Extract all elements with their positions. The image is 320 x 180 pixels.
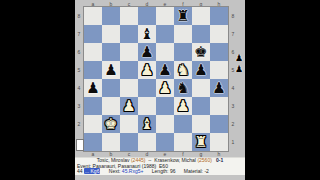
square-f7[interactable] bbox=[174, 25, 192, 43]
square-d3[interactable] bbox=[138, 97, 156, 115]
square-h8[interactable] bbox=[210, 7, 228, 25]
square-b5[interactable]: ♟ bbox=[102, 61, 120, 79]
coord-label: 3 bbox=[75, 97, 83, 115]
captured-tray: ♟♟ bbox=[233, 53, 245, 75]
square-a7[interactable] bbox=[84, 25, 102, 43]
square-e3[interactable] bbox=[156, 97, 174, 115]
coord-label: 5 bbox=[75, 61, 83, 79]
square-b4[interactable] bbox=[102, 79, 120, 97]
square-h2[interactable] bbox=[210, 115, 228, 133]
square-e2[interactable] bbox=[156, 115, 174, 133]
square-b6[interactable] bbox=[102, 43, 120, 61]
black-pawn: ♟ bbox=[138, 43, 156, 61]
square-e4[interactable]: ♟ bbox=[156, 79, 174, 97]
square-g4[interactable] bbox=[192, 79, 210, 97]
chess-panel: abcdefgh abcdefgh 87654321 87654321 ♜♝♟♚… bbox=[75, 0, 245, 180]
square-g5[interactable]: ♟ bbox=[192, 61, 210, 79]
square-e6[interactable] bbox=[156, 43, 174, 61]
white-rook: ♜ bbox=[192, 133, 210, 151]
chess-board: ♜♝♟♚♟♟♟♞♟♟♟♞♟♟♟♚♝♜ bbox=[83, 6, 229, 152]
square-a2[interactable] bbox=[84, 115, 102, 133]
square-c6[interactable] bbox=[120, 43, 138, 61]
square-b3[interactable] bbox=[102, 97, 120, 115]
square-g3[interactable] bbox=[192, 97, 210, 115]
square-b1[interactable] bbox=[102, 133, 120, 151]
next-move: 45.Rxg5+ bbox=[122, 168, 144, 174]
square-f1[interactable] bbox=[174, 133, 192, 151]
square-b8[interactable] bbox=[102, 7, 120, 25]
material-label: Material: bbox=[184, 168, 203, 174]
square-f3[interactable]: ♟ bbox=[174, 97, 192, 115]
square-h7[interactable] bbox=[210, 25, 228, 43]
current-move: ... Kg6 bbox=[84, 168, 100, 174]
square-c5[interactable] bbox=[120, 61, 138, 79]
length-value: 96 bbox=[170, 168, 176, 174]
square-c3[interactable]: ♟ bbox=[120, 97, 138, 115]
video-frame: abcdefgh abcdefgh 87654321 87654321 ♜♝♟♚… bbox=[0, 0, 320, 180]
square-d5[interactable]: ♟ bbox=[138, 61, 156, 79]
coord-label: 6 bbox=[75, 43, 83, 61]
next-label: Next: bbox=[109, 168, 121, 174]
game-result: 0-1 bbox=[216, 157, 223, 163]
black-pawn: ♟ bbox=[102, 61, 120, 79]
black-pawn-captured-icon: ♟ bbox=[233, 53, 245, 64]
black-king: ♚ bbox=[192, 43, 210, 61]
square-f2[interactable] bbox=[174, 115, 192, 133]
coord-label: 4 bbox=[229, 79, 237, 97]
black-pawn: ♟ bbox=[84, 79, 102, 97]
coord-label: 1 bbox=[229, 133, 237, 151]
square-f4[interactable]: ♞ bbox=[174, 79, 192, 97]
square-g1[interactable]: ♜ bbox=[192, 133, 210, 151]
rank-labels-left: 87654321 bbox=[75, 7, 83, 151]
square-a1[interactable] bbox=[84, 133, 102, 151]
coord-label: 8 bbox=[75, 7, 83, 25]
square-c4[interactable] bbox=[120, 79, 138, 97]
square-e8[interactable] bbox=[156, 7, 174, 25]
square-c7[interactable] bbox=[120, 25, 138, 43]
square-a3[interactable] bbox=[84, 97, 102, 115]
coord-label: 2 bbox=[229, 115, 237, 133]
turn-indicator-white-to-move bbox=[76, 139, 84, 151]
square-g2[interactable] bbox=[192, 115, 210, 133]
square-e5[interactable]: ♟ bbox=[156, 61, 174, 79]
square-f6[interactable] bbox=[174, 43, 192, 61]
white-pawn: ♟ bbox=[138, 61, 156, 79]
move-number: 44 bbox=[77, 168, 83, 174]
right-letterbox bbox=[245, 0, 320, 180]
square-g8[interactable] bbox=[192, 7, 210, 25]
square-d6[interactable]: ♟ bbox=[138, 43, 156, 61]
caption-bar: Tosic, Miroslav (2445) -- Krasenkow, Mic… bbox=[75, 157, 245, 175]
black-pawn: ♟ bbox=[156, 61, 174, 79]
rank-labels-right: 87654321 bbox=[229, 7, 237, 151]
square-f5[interactable]: ♞ bbox=[174, 61, 192, 79]
square-h1[interactable] bbox=[210, 133, 228, 151]
white-bishop: ♝ bbox=[138, 115, 156, 133]
black-bishop: ♝ bbox=[138, 25, 156, 43]
square-g7[interactable] bbox=[192, 25, 210, 43]
square-h5[interactable] bbox=[210, 61, 228, 79]
square-c1[interactable] bbox=[120, 133, 138, 151]
length-label: Length: bbox=[152, 168, 169, 174]
white-pawn: ♟ bbox=[174, 97, 192, 115]
white-king: ♚ bbox=[102, 115, 120, 133]
black-knight: ♞ bbox=[174, 79, 192, 97]
square-h6[interactable] bbox=[210, 43, 228, 61]
square-a8[interactable] bbox=[84, 7, 102, 25]
square-d1[interactable] bbox=[138, 133, 156, 151]
square-g6[interactable]: ♚ bbox=[192, 43, 210, 61]
black-pawn: ♟ bbox=[210, 79, 228, 97]
square-c2[interactable] bbox=[120, 115, 138, 133]
white-pawn: ♟ bbox=[156, 79, 174, 97]
black-pawn: ♟ bbox=[192, 61, 210, 79]
square-d8[interactable] bbox=[138, 7, 156, 25]
square-c8[interactable] bbox=[120, 7, 138, 25]
black-pawn-captured-icon: ♟ bbox=[233, 64, 245, 75]
material-value: -2 bbox=[204, 168, 208, 174]
square-h4[interactable]: ♟ bbox=[210, 79, 228, 97]
square-e7[interactable] bbox=[156, 25, 174, 43]
square-a5[interactable] bbox=[84, 61, 102, 79]
square-h3[interactable] bbox=[210, 97, 228, 115]
black-rook: ♜ bbox=[174, 7, 192, 25]
coord-label: 2 bbox=[75, 115, 83, 133]
coord-label: 7 bbox=[75, 25, 83, 43]
square-d7[interactable]: ♝ bbox=[138, 25, 156, 43]
square-d2[interactable]: ♝ bbox=[138, 115, 156, 133]
coord-label: 4 bbox=[75, 79, 83, 97]
coord-label: 8 bbox=[229, 7, 237, 25]
square-a6[interactable] bbox=[84, 43, 102, 61]
square-b7[interactable] bbox=[102, 25, 120, 43]
black-player-rating: (2560) bbox=[197, 157, 211, 163]
square-f8[interactable]: ♜ bbox=[174, 7, 192, 25]
coord-label: 7 bbox=[229, 25, 237, 43]
left-letterbox bbox=[0, 0, 75, 180]
white-knight: ♞ bbox=[174, 61, 192, 79]
square-e1[interactable] bbox=[156, 133, 174, 151]
coord-label: 3 bbox=[229, 97, 237, 115]
square-b2[interactable]: ♚ bbox=[102, 115, 120, 133]
status-line: 44 ... Kg6 Next: 45.Rxg5+ Length: 96 Mat… bbox=[75, 169, 245, 175]
square-a4[interactable]: ♟ bbox=[84, 79, 102, 97]
white-pawn: ♟ bbox=[120, 97, 138, 115]
square-d4[interactable] bbox=[138, 79, 156, 97]
